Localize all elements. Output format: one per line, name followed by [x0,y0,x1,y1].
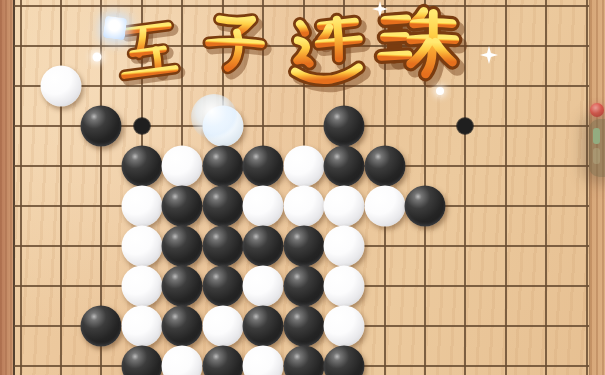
title-char-wu [103,16,192,85]
black-stone [243,145,284,186]
board-right-margin [589,0,605,375]
grid-vline [545,0,547,375]
black-stone [81,105,122,146]
star-point [456,117,474,135]
notification-dot[interactable] [590,103,604,117]
grid-hline [14,45,589,47]
black-stone [283,226,324,267]
sparkle-square-icon [103,16,128,41]
black-stone [202,266,243,307]
white-stone [162,145,203,186]
black-stone [162,186,203,227]
title-char-lian [282,14,370,92]
grid-vline [20,0,22,375]
sparkle-star-icon [480,46,498,64]
black-stone [81,306,122,347]
black-stone [283,266,324,307]
black-stone [162,306,203,347]
black-stone [121,346,162,375]
black-stone [243,306,284,347]
sparkle-star-icon [372,1,388,17]
grid-hline [14,85,589,87]
grid-vline [586,0,588,375]
black-stone [364,145,405,186]
gomoku-screen: 五子连珠 [0,0,605,375]
board-left-edge [0,0,15,375]
black-stone [324,145,365,186]
white-stone [283,145,324,186]
black-stone [243,226,284,267]
sparkle-dot-icon [436,87,444,95]
white-stone [243,346,284,375]
black-stone [405,186,446,227]
black-stone [121,145,162,186]
white-stone [324,266,365,307]
black-stone [162,266,203,307]
grid-vline [60,0,62,375]
black-stone [283,306,324,347]
black-stone [162,226,203,267]
white-stone [121,266,162,307]
white-stone [40,65,81,106]
white-stone [324,186,365,227]
side-panel-button[interactable] [589,119,605,177]
white-stone [324,306,365,347]
black-stone [324,105,365,146]
side-panel-accent [593,128,600,144]
white-stone [121,186,162,227]
white-stone [121,226,162,267]
white-stone [162,346,203,375]
black-stone [283,346,324,375]
star-point [133,117,151,135]
black-stone [202,346,243,375]
white-stone [121,306,162,347]
black-stone [202,145,243,186]
white-stone [243,186,284,227]
grid-vline [505,0,507,375]
white-stone [324,226,365,267]
white-stone [283,186,324,227]
grid-hline [14,5,589,7]
white-stone [202,105,243,146]
grid-vline [464,0,466,375]
white-stone [364,186,405,227]
white-stone [243,266,284,307]
black-stone [202,186,243,227]
black-stone [202,226,243,267]
white-stone [202,306,243,347]
black-stone [324,346,365,375]
